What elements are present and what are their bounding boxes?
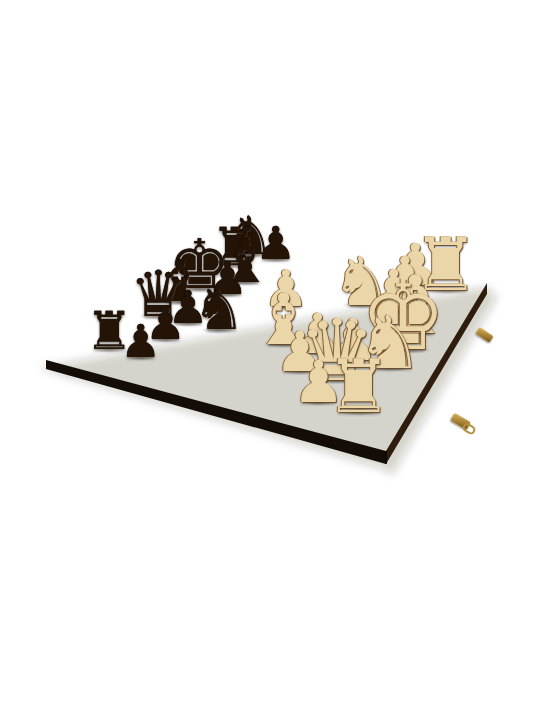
piece-white-rook-a1[interactable]: ♜ (322, 350, 396, 424)
piece-black-knight-c6[interactable]: ♞ (189, 280, 248, 339)
product-photo: AA88BB77CC66DD55EE44FF33GG22HH11 ♞♟♜♝♟♚♜… (0, 0, 540, 720)
piece-black-pawn-a7[interactable]: ♟ (118, 319, 164, 365)
